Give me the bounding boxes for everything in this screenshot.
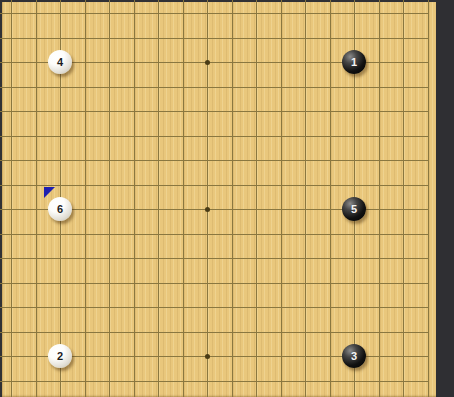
grid-line-vertical bbox=[158, 0, 159, 397]
grid-line-vertical bbox=[109, 0, 110, 397]
grid-line-vertical bbox=[36, 0, 37, 397]
grid-line-vertical bbox=[256, 0, 257, 397]
grid-line-horizontal bbox=[0, 185, 429, 186]
grid-line-vertical bbox=[232, 0, 233, 397]
stone-move-number: 3 bbox=[351, 351, 357, 362]
stone-5-Q10[interactable]: 5 bbox=[342, 197, 366, 221]
stone-move-number: 4 bbox=[57, 57, 63, 68]
stone-2-D4[interactable]: 2 bbox=[48, 344, 72, 368]
stone-move-number: 6 bbox=[57, 204, 63, 215]
grid-line-vertical bbox=[330, 0, 331, 397]
stone-6-D10[interactable]: 6 bbox=[48, 197, 72, 221]
grid-line-vertical bbox=[379, 0, 380, 397]
grid-line-horizontal bbox=[0, 87, 429, 88]
grid-line-horizontal bbox=[0, 234, 429, 235]
stone-move-number: 5 bbox=[351, 204, 357, 215]
grid-line-horizontal bbox=[0, 381, 429, 382]
grid-line-horizontal bbox=[0, 13, 429, 14]
grid-line-horizontal bbox=[0, 136, 429, 137]
stone-1-Q16[interactable]: 1 bbox=[342, 50, 366, 74]
grid-line-vertical bbox=[85, 0, 86, 397]
grid-line-vertical bbox=[134, 0, 135, 397]
stone-4-D16[interactable]: 4 bbox=[48, 50, 72, 74]
grid-line-vertical bbox=[428, 0, 429, 397]
star-point bbox=[205, 207, 210, 212]
stone-3-Q4[interactable]: 3 bbox=[342, 344, 366, 368]
grid-line-horizontal bbox=[0, 258, 429, 259]
grid-line-vertical bbox=[281, 0, 282, 397]
star-point bbox=[205, 60, 210, 65]
last-move-triangle-icon bbox=[44, 187, 55, 198]
window-background-strip bbox=[436, 0, 454, 397]
window-top-border bbox=[0, 0, 437, 2]
grid-line-vertical bbox=[11, 0, 12, 397]
go-app-window: 123456 bbox=[0, 0, 454, 397]
grid-line-horizontal bbox=[0, 38, 429, 39]
grid-line-vertical bbox=[305, 0, 306, 397]
stone-move-number: 2 bbox=[57, 351, 63, 362]
grid-line-horizontal bbox=[0, 283, 429, 284]
window-left-border bbox=[0, 0, 2, 397]
grid-line-horizontal bbox=[0, 160, 429, 161]
grid-line-horizontal bbox=[0, 111, 429, 112]
star-point bbox=[205, 354, 210, 359]
grid-line-vertical bbox=[403, 0, 404, 397]
grid-line-horizontal bbox=[0, 332, 429, 333]
stone-move-number: 1 bbox=[351, 57, 357, 68]
grid-line-vertical bbox=[183, 0, 184, 397]
grid-line-horizontal bbox=[0, 307, 429, 308]
